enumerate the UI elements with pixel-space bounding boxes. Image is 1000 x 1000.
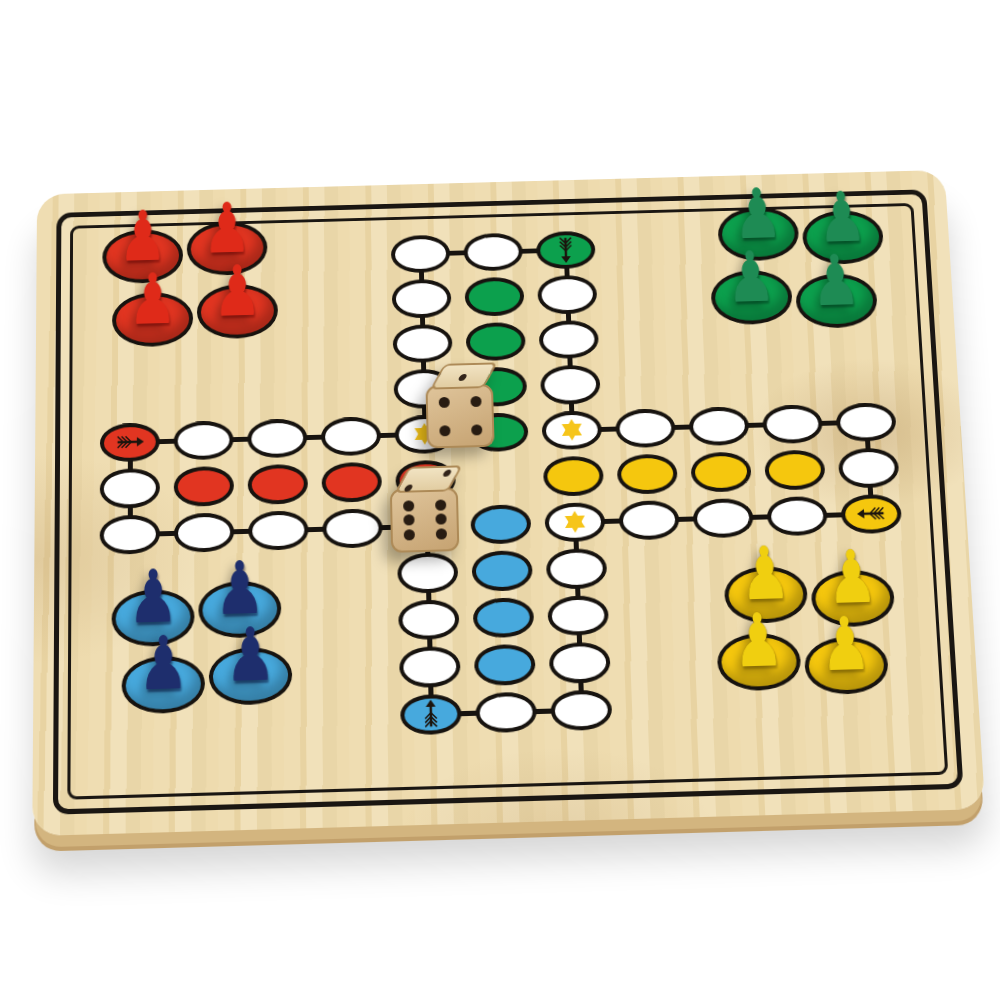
track-field[interactable] [537,275,597,315]
die-pip [435,514,446,525]
blue-home-field[interactable] [470,504,531,545]
start-arrow-icon [556,235,575,264]
green-home-field[interactable] [464,277,524,317]
red-pawn[interactable]: ♟ [128,264,178,335]
die-pip [458,374,469,381]
track-field[interactable] [399,646,461,688]
track-field[interactable] [391,234,451,273]
die-pip [435,499,446,510]
yellow-start-field[interactable] [840,493,902,534]
blue-home-field[interactable] [474,644,536,686]
track-field[interactable] [321,416,381,456]
die-pip [435,528,446,539]
die-pip [471,425,482,436]
yellow-home-field[interactable] [764,449,826,490]
yellow-home-field[interactable] [690,451,752,492]
track-field[interactable] [393,323,453,363]
track-field[interactable] [397,552,458,593]
die-pip [403,515,414,526]
red-pawn[interactable]: ♟ [212,256,262,327]
track-field[interactable] [838,447,900,488]
start-arrow-icon [421,699,440,730]
blue-start-field[interactable] [400,693,462,735]
die-2[interactable] [389,465,459,552]
star-icon [562,419,583,441]
green-pawn[interactable]: ♟ [809,246,862,317]
track-field[interactable] [835,402,897,442]
die-1[interactable] [425,363,495,449]
yellow-pawn[interactable]: ♟ [818,607,873,682]
track-field[interactable] [247,418,307,459]
ludo-board: ♟♟♟♟♟♟♟♟♟♟♟♟♟♟♟♟ [32,170,985,836]
blue-pawn[interactable]: ♟ [138,626,189,702]
track-field[interactable] [547,595,609,637]
track-field[interactable] [100,514,160,555]
die-front-face [426,384,495,449]
red-start-field[interactable] [100,422,160,463]
star-icon [565,511,586,533]
die-pip [442,470,453,477]
yellow-home-field[interactable] [617,453,678,494]
track-field[interactable] [475,691,537,733]
blue-pawn[interactable]: ♟ [225,618,276,693]
track-field[interactable] [100,468,160,509]
die-pip [439,425,450,436]
track-field[interactable] [544,502,605,543]
track-field[interactable] [174,420,234,461]
track-field[interactable] [398,599,459,641]
track-field[interactable] [615,408,676,448]
red-home-field[interactable] [174,466,234,507]
green-home-field[interactable] [466,321,526,361]
die-front-face [390,487,460,553]
track-field[interactable] [550,689,612,731]
die-pip [438,397,449,408]
start-arrow-icon [856,504,887,523]
track-field[interactable] [546,548,608,589]
yellow-pawn[interactable]: ♟ [731,604,785,679]
die-pip [403,484,414,491]
track-field[interactable] [322,508,383,549]
green-start-field[interactable] [536,230,596,269]
board-grid: ♟♟♟♟♟♟♟♟♟♟♟♟♟♟♟♟ [92,219,921,748]
blue-home-field[interactable] [473,597,535,639]
track-field[interactable] [762,404,824,444]
die-pip [403,500,414,511]
track-field[interactable] [688,406,749,446]
track-field[interactable] [549,642,611,684]
track-field[interactable] [463,232,523,271]
green-pawn[interactable]: ♟ [724,242,777,313]
red-home-field[interactable] [321,462,382,503]
track-field[interactable] [392,279,452,319]
track-field[interactable] [541,410,602,450]
start-arrow-icon [115,433,145,452]
yellow-home-field[interactable] [543,456,604,497]
blue-home-field[interactable] [471,550,532,591]
die-pip [470,396,481,407]
track-field[interactable] [539,319,600,359]
die-pip [403,529,414,540]
red-home-field[interactable] [248,464,308,505]
track-field[interactable] [618,499,680,540]
track-field[interactable] [540,364,601,404]
